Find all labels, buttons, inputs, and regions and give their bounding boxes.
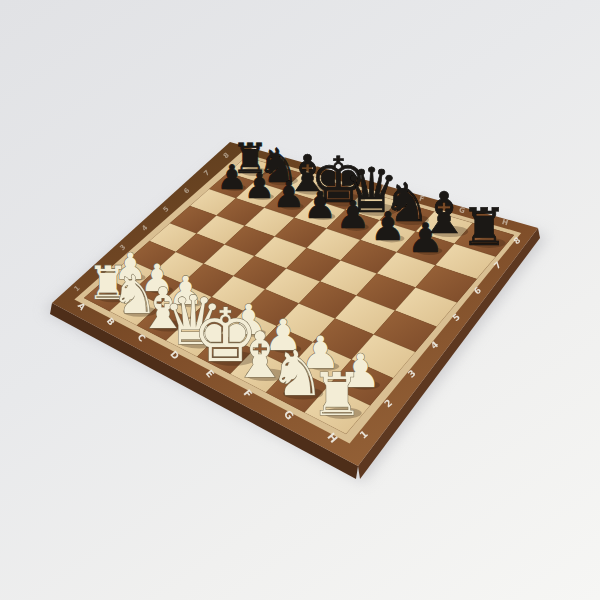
black-pawn: ♟ xyxy=(336,193,370,237)
black-rook: ♜ xyxy=(461,197,507,257)
white-rook: ♜ xyxy=(311,360,364,429)
chessboard-photo: AABBCCDDEEFFGGHH1122334455667788♜♞♟♝♟♚♟♛… xyxy=(0,0,600,600)
photo-backdrop: AABBCCDDEEFFGGHH1122334455667788♜♞♟♝♟♚♟♛… xyxy=(0,0,600,600)
black-pawn: ♟ xyxy=(273,174,305,215)
black-pawn: ♟ xyxy=(217,158,247,197)
black-pawn: ♟ xyxy=(407,214,443,262)
black-pawn: ♟ xyxy=(370,204,405,249)
black-pawn: ♟ xyxy=(244,166,275,206)
black-pawn: ♟ xyxy=(303,184,336,227)
